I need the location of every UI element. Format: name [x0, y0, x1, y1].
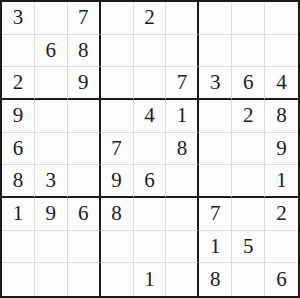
cell-r2c5[interactable] [134, 35, 167, 68]
cell-r9c7[interactable]: 8 [199, 263, 232, 296]
cell-r9c5[interactable]: 1 [134, 263, 167, 296]
cell-r4c5[interactable]: 4 [134, 100, 167, 133]
cell-r2c8[interactable] [232, 35, 265, 68]
cell-r1c1[interactable]: 3 [2, 2, 35, 35]
cell-r1c4[interactable] [101, 2, 134, 35]
cell-r2c4[interactable] [101, 35, 134, 68]
sudoku-board: 372682973649412867898396119687215186 [0, 0, 300, 298]
cell-r5c8[interactable] [232, 133, 265, 166]
cell-r5c7[interactable] [199, 133, 232, 166]
cell-r2c3[interactable]: 8 [68, 35, 101, 68]
cell-r6c8[interactable] [232, 165, 265, 198]
cell-r1c9[interactable] [265, 2, 298, 35]
cell-r8c7[interactable]: 1 [199, 231, 232, 264]
cell-r8c4[interactable] [101, 231, 134, 264]
cell-r6c4[interactable]: 9 [101, 165, 134, 198]
cell-r3c4[interactable] [101, 67, 134, 100]
cell-r9c3[interactable] [68, 263, 101, 296]
cell-r9c9[interactable]: 6 [265, 263, 298, 296]
cell-r2c1[interactable] [2, 35, 35, 68]
cell-r6c9[interactable]: 1 [265, 165, 298, 198]
cell-r3c3[interactable]: 9 [68, 67, 101, 100]
cell-r6c3[interactable] [68, 165, 101, 198]
cell-r6c2[interactable]: 3 [35, 165, 68, 198]
cell-r4c3[interactable] [68, 100, 101, 133]
cell-r7c7[interactable]: 7 [199, 198, 232, 231]
cell-r5c9[interactable]: 9 [265, 133, 298, 166]
cell-r2c9[interactable] [265, 35, 298, 68]
cell-r9c8[interactable] [232, 263, 265, 296]
cell-r9c6[interactable] [166, 263, 199, 296]
cell-r1c3[interactable]: 7 [68, 2, 101, 35]
cell-r8c9[interactable] [265, 231, 298, 264]
cell-r7c1[interactable]: 1 [2, 198, 35, 231]
cell-r5c3[interactable] [68, 133, 101, 166]
cell-r4c6[interactable]: 1 [166, 100, 199, 133]
cell-r6c6[interactable] [166, 165, 199, 198]
cell-r1c2[interactable] [35, 2, 68, 35]
cell-r9c4[interactable] [101, 263, 134, 296]
cell-r4c2[interactable] [35, 100, 68, 133]
cell-r5c4[interactable]: 7 [101, 133, 134, 166]
cell-r4c7[interactable] [199, 100, 232, 133]
cell-r2c2[interactable]: 6 [35, 35, 68, 68]
cell-r8c6[interactable] [166, 231, 199, 264]
cell-r9c1[interactable] [2, 263, 35, 296]
cell-r3c9[interactable]: 4 [265, 67, 298, 100]
cell-r6c1[interactable]: 8 [2, 165, 35, 198]
cell-r8c8[interactable]: 5 [232, 231, 265, 264]
cell-r3c8[interactable]: 6 [232, 67, 265, 100]
cell-r5c2[interactable] [35, 133, 68, 166]
cell-r1c8[interactable] [232, 2, 265, 35]
cell-r3c1[interactable]: 2 [2, 67, 35, 100]
cell-r4c4[interactable] [101, 100, 134, 133]
cell-r8c1[interactable] [2, 231, 35, 264]
cell-r8c5[interactable] [134, 231, 167, 264]
cell-r7c3[interactable]: 6 [68, 198, 101, 231]
cell-r3c5[interactable] [134, 67, 167, 100]
cell-r8c3[interactable] [68, 231, 101, 264]
cell-r6c7[interactable] [199, 165, 232, 198]
cell-r3c7[interactable]: 3 [199, 67, 232, 100]
cell-r7c9[interactable]: 2 [265, 198, 298, 231]
cell-r7c8[interactable] [232, 198, 265, 231]
cell-r7c5[interactable] [134, 198, 167, 231]
cell-r5c5[interactable] [134, 133, 167, 166]
cell-r2c7[interactable] [199, 35, 232, 68]
cell-r3c6[interactable]: 7 [166, 67, 199, 100]
cell-r4c1[interactable]: 9 [2, 100, 35, 133]
cell-r1c6[interactable] [166, 2, 199, 35]
cell-r1c7[interactable] [199, 2, 232, 35]
cell-r7c2[interactable]: 9 [35, 198, 68, 231]
cell-r3c2[interactable] [35, 67, 68, 100]
cell-r5c6[interactable]: 8 [166, 133, 199, 166]
cell-r9c2[interactable] [35, 263, 68, 296]
cell-r4c9[interactable]: 8 [265, 100, 298, 133]
cell-r7c6[interactable] [166, 198, 199, 231]
cell-r2c6[interactable] [166, 35, 199, 68]
cell-r7c4[interactable]: 8 [101, 198, 134, 231]
cell-r8c2[interactable] [35, 231, 68, 264]
cell-r4c8[interactable]: 2 [232, 100, 265, 133]
cell-r6c5[interactable]: 6 [134, 165, 167, 198]
cell-r5c1[interactable]: 6 [2, 133, 35, 166]
cell-r1c5[interactable]: 2 [134, 2, 167, 35]
sudoku-puzzle: 372682973649412867898396119687215186 [0, 0, 300, 298]
